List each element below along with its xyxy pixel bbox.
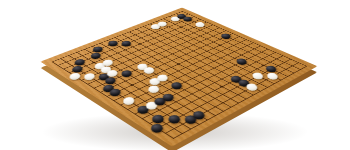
black-stone <box>193 111 204 119</box>
black-stone <box>151 124 163 133</box>
white-stone <box>157 75 167 82</box>
white-stone <box>252 73 263 80</box>
white-stone <box>144 67 154 74</box>
white-stone <box>148 86 159 93</box>
black-stone <box>236 59 247 65</box>
white-stone <box>195 22 204 27</box>
white-stone <box>246 84 258 91</box>
white-stone <box>158 22 167 27</box>
black-stone <box>171 82 181 89</box>
black-stone <box>152 115 163 123</box>
black-stone <box>168 115 179 124</box>
black-stone <box>221 34 231 39</box>
scene <box>0 0 350 150</box>
black-stone <box>183 17 192 22</box>
black-stone <box>162 94 173 102</box>
